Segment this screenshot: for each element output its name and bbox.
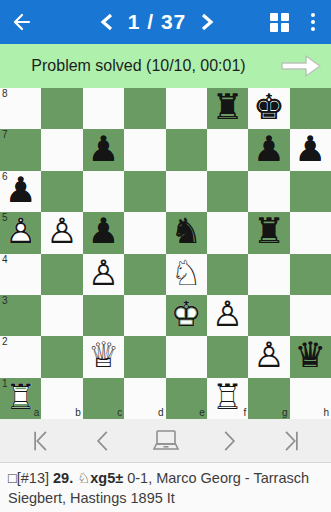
square-b7[interactable] xyxy=(41,129,82,170)
square-h4[interactable] xyxy=(290,254,331,295)
back-button[interactable] xyxy=(10,10,44,34)
square-g5[interactable]: ♜♖ xyxy=(248,212,289,253)
status-bar: Problem solved (10/10, 00:01) xyxy=(0,44,331,88)
square-g4[interactable] xyxy=(248,254,289,295)
square-h1[interactable]: h xyxy=(290,378,331,419)
square-b5[interactable]: ♟♙ xyxy=(41,212,82,253)
board-setup-button[interactable] xyxy=(144,422,188,460)
status-text: Problem solved (10/10, 00:01) xyxy=(0,57,277,75)
game-caption: □[#13] 29. ♘xg5± 0-1, Marco Georg - Tarr… xyxy=(0,462,331,512)
chevron-left-icon xyxy=(100,13,114,31)
app-bar: 1 / 37 xyxy=(0,0,331,44)
square-f7[interactable] xyxy=(207,129,248,170)
file-label: g xyxy=(282,408,288,418)
square-b3[interactable] xyxy=(41,295,82,336)
black-pawn: ♟♙ xyxy=(248,129,289,170)
black-pawn: ♟♙ xyxy=(83,129,124,170)
prev-problem-button[interactable] xyxy=(100,13,114,31)
file-label: e xyxy=(199,408,205,418)
file-label: a xyxy=(34,408,40,418)
white-knight: ♞♘ xyxy=(166,254,207,295)
square-g1[interactable]: g xyxy=(248,378,289,419)
rank-label: 2 xyxy=(2,337,8,347)
square-h3[interactable] xyxy=(290,295,331,336)
square-d8[interactable] xyxy=(124,88,165,129)
square-a8[interactable]: 8 xyxy=(0,88,41,129)
square-a5[interactable]: 5♟♙ xyxy=(0,212,41,253)
square-d4[interactable] xyxy=(124,254,165,295)
skip-to-start-icon xyxy=(27,428,53,454)
square-d3[interactable] xyxy=(124,295,165,336)
square-g6[interactable] xyxy=(248,171,289,212)
laptop-icon xyxy=(150,427,182,455)
square-h7[interactable]: ♟♙ xyxy=(290,129,331,170)
previous-move-button[interactable] xyxy=(81,422,125,460)
square-f5[interactable] xyxy=(207,212,248,253)
square-c1[interactable]: c xyxy=(83,378,124,419)
square-a7[interactable]: 7 xyxy=(0,129,41,170)
black-knight: ♞♘ xyxy=(166,212,207,253)
square-f2[interactable] xyxy=(207,336,248,377)
first-move-button[interactable] xyxy=(18,422,62,460)
chevron-right-icon xyxy=(216,428,242,454)
overflow-menu-button[interactable] xyxy=(307,11,319,33)
problem-pager: 1 / 37 xyxy=(44,10,270,34)
rank-label: 3 xyxy=(2,296,8,306)
square-d1[interactable]: d xyxy=(124,378,165,419)
black-queen: ♛♕ xyxy=(290,336,331,377)
rank-label: 4 xyxy=(2,255,8,265)
square-c8[interactable] xyxy=(83,88,124,129)
square-c4[interactable]: ♟♙ xyxy=(83,254,124,295)
square-e7[interactable] xyxy=(166,129,207,170)
square-e6[interactable] xyxy=(166,171,207,212)
skip-to-end-icon xyxy=(279,428,305,454)
caption-segment: 29. ♘xg5± xyxy=(53,470,123,486)
square-c5[interactable]: ♟♙ xyxy=(83,212,124,253)
square-a4[interactable]: 4 xyxy=(0,254,41,295)
square-a1[interactable]: 1a♜♖ xyxy=(0,378,41,419)
next-problem-arrow-button[interactable] xyxy=(277,52,325,80)
chess-tactics-app: 1 / 37 Problem solved (10/10, 00:01) 8♜♖… xyxy=(0,0,331,512)
white-pawn: ♟♙ xyxy=(248,336,289,377)
rank-label: 6 xyxy=(2,172,8,182)
square-a6[interactable]: 6♟♙ xyxy=(0,171,41,212)
black-rook: ♜♖ xyxy=(207,88,248,129)
square-h6[interactable] xyxy=(290,171,331,212)
square-f1[interactable]: f♜♖ xyxy=(207,378,248,419)
square-g7[interactable]: ♟♙ xyxy=(248,129,289,170)
chevron-left-icon xyxy=(90,428,116,454)
square-f6[interactable] xyxy=(207,171,248,212)
white-pawn: ♟♙ xyxy=(83,254,124,295)
white-pawn: ♟♙ xyxy=(207,295,248,336)
square-d7[interactable] xyxy=(124,129,165,170)
square-c3[interactable] xyxy=(83,295,124,336)
next-move-button[interactable] xyxy=(207,422,251,460)
square-b8[interactable] xyxy=(41,88,82,129)
square-e3[interactable]: ♚♔ xyxy=(166,295,207,336)
square-a3[interactable]: 3 xyxy=(0,295,41,336)
black-rook: ♜♖ xyxy=(248,212,289,253)
square-e1[interactable]: e xyxy=(166,378,207,419)
square-b4[interactable] xyxy=(41,254,82,295)
square-b2[interactable] xyxy=(41,336,82,377)
file-label: h xyxy=(323,408,329,418)
square-g3[interactable] xyxy=(248,295,289,336)
rank-label: 8 xyxy=(2,89,8,99)
chevron-right-icon xyxy=(200,13,214,31)
square-h2[interactable]: ♛♕ xyxy=(290,336,331,377)
black-pawn: ♟♙ xyxy=(83,212,124,253)
white-pawn: ♟♙ xyxy=(41,212,82,253)
square-e4[interactable]: ♞♘ xyxy=(166,254,207,295)
last-move-button[interactable] xyxy=(270,422,314,460)
square-d6[interactable] xyxy=(124,171,165,212)
arrow-left-icon xyxy=(10,10,34,34)
black-pawn: ♟♙ xyxy=(290,129,331,170)
square-c2[interactable]: ♛♕ xyxy=(83,336,124,377)
file-label: f xyxy=(243,408,246,418)
app-bar-actions xyxy=(270,11,321,33)
square-h5[interactable] xyxy=(290,212,331,253)
square-f4[interactable] xyxy=(207,254,248,295)
file-label: d xyxy=(158,408,164,418)
square-c6[interactable] xyxy=(83,171,124,212)
square-d2[interactable] xyxy=(124,336,165,377)
square-e5[interactable]: ♞♘ xyxy=(166,212,207,253)
square-b6[interactable] xyxy=(41,171,82,212)
square-f8[interactable]: ♜♖ xyxy=(207,88,248,129)
rank-label: 1 xyxy=(2,379,8,389)
square-b1[interactable]: b xyxy=(41,378,82,419)
rank-label: 7 xyxy=(2,130,8,140)
next-problem-button[interactable] xyxy=(200,13,214,31)
square-c7[interactable]: ♟♙ xyxy=(83,129,124,170)
white-king: ♚♔ xyxy=(166,295,207,336)
square-d5[interactable] xyxy=(124,212,165,253)
square-a2[interactable]: 2 xyxy=(0,336,41,377)
file-label: c xyxy=(117,408,122,418)
square-e2[interactable] xyxy=(166,336,207,377)
square-e8[interactable] xyxy=(166,88,207,129)
caption-segment: □[#13] xyxy=(8,470,53,486)
white-queen: ♛♕ xyxy=(83,336,124,377)
white-rook: ♜♖ xyxy=(207,378,248,419)
rank-label: 5 xyxy=(2,213,8,223)
chess-board: 8♜♖♚♔7♟♙♟♙♟♙6♟♙5♟♙♟♙♟♙♞♘♜♖4♟♙♞♘3♚♔♟♙2♛♕♟… xyxy=(0,88,331,419)
move-nav-bar xyxy=(0,419,331,462)
problem-counter: 1 / 37 xyxy=(128,10,187,34)
square-g2[interactable]: ♟♙ xyxy=(248,336,289,377)
black-king: ♚♔ xyxy=(248,88,289,129)
square-f3[interactable]: ♟♙ xyxy=(207,295,248,336)
file-label: b xyxy=(75,408,81,418)
right-arrow-icon xyxy=(279,52,323,80)
square-g8[interactable]: ♚♔ xyxy=(248,88,289,129)
square-h8[interactable] xyxy=(290,88,331,129)
problem-list-button[interactable] xyxy=(270,13,289,32)
